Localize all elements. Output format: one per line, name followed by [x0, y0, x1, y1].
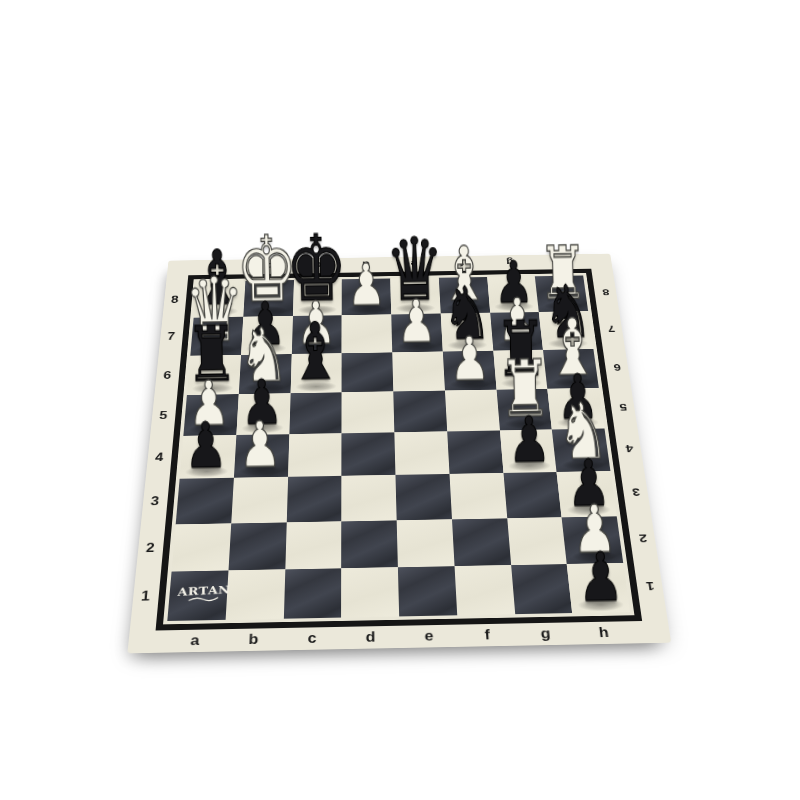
file-label-top-h: h [533, 255, 582, 268]
square-g8: ♟ [487, 276, 539, 313]
square-f3 [449, 473, 506, 519]
rank-label-left-5: 5 [151, 395, 176, 437]
file-label-top-e: e [390, 258, 438, 271]
square-a4: ♟ [180, 435, 237, 479]
piece-shadow-a4 [185, 466, 228, 478]
file-label-top-b: b [246, 260, 295, 273]
square-h1: ♟ [567, 563, 630, 613]
piece-shadow-h1 [577, 598, 624, 611]
file-label-top-g: g [485, 256, 534, 269]
square-f1 [454, 565, 514, 615]
file-label-top-a: a [197, 261, 246, 274]
square-d4 [342, 432, 396, 476]
rank-label-right-1: 1 [636, 562, 666, 612]
square-a7: ♛ [190, 317, 243, 356]
file-label-bottom-c: c [282, 629, 341, 649]
square-h8: ♜ [535, 275, 588, 312]
square-b3 [231, 477, 288, 523]
square-a8: ♝ [194, 281, 246, 318]
rank-label-left-2: 2 [137, 524, 164, 572]
rank-label-right-8: 8 [594, 275, 618, 311]
square-c4 [288, 433, 342, 477]
square-h6: ♝ [543, 349, 599, 389]
piece-shadow-g6 [501, 378, 542, 389]
piece-wR-h8: ♜ [537, 237, 588, 311]
piece-shadow-g4 [508, 460, 551, 472]
piece-shadow-a5 [189, 423, 231, 434]
square-f6: ♟ [443, 350, 497, 390]
square-e5 [393, 390, 447, 432]
piece-shadow-c8 [298, 305, 337, 315]
piece-shadow-b6 [244, 382, 285, 393]
square-g7: ♟ [490, 312, 543, 350]
square-g2 [507, 517, 567, 565]
square-h5: ♟ [548, 388, 605, 430]
square-h4: ♞ [552, 429, 610, 473]
piece-shadow-a8 [199, 307, 238, 317]
square-b2 [228, 522, 286, 570]
piece-wB-f8: ♝ [438, 236, 491, 312]
rank-label-left-4: 4 [146, 436, 171, 479]
piece-shadow-b5 [242, 423, 284, 434]
rank-label-right-7: 7 [599, 311, 624, 349]
rank-label-right-2: 2 [629, 515, 658, 562]
square-a6: ♜ [187, 355, 241, 395]
square-d7 [342, 315, 392, 353]
square-a5: ♟ [183, 394, 238, 436]
square-b7: ♟ [241, 316, 293, 354]
piece-shadow-f7 [448, 340, 488, 350]
rank-label-left-3: 3 [142, 479, 168, 524]
square-d1 [341, 567, 399, 617]
square-h7: ♞ [539, 311, 593, 349]
square-c1 [283, 568, 341, 619]
square-a2 [172, 523, 231, 571]
square-d6 [342, 352, 394, 392]
square-e4 [394, 431, 449, 475]
square-h3: ♟ [557, 471, 617, 517]
file-label-bottom-g: g [516, 624, 576, 644]
square-b5: ♟ [236, 393, 290, 435]
piece-shadow-d8 [347, 304, 386, 314]
square-f2 [452, 518, 511, 566]
piece-shadow-h7 [548, 338, 588, 348]
piece-shadow-f6 [450, 378, 491, 389]
square-f8: ♝ [439, 277, 490, 314]
piece-shadow-h2 [572, 550, 617, 563]
piece-shadow-g5 [504, 418, 546, 429]
rank-label-right-5: 5 [610, 387, 636, 428]
square-b4: ♟ [234, 434, 289, 478]
piece-shadow-a7 [196, 344, 236, 354]
rank-label-left-6: 6 [155, 356, 179, 396]
file-label-bottom-h: h [574, 623, 635, 643]
square-a3 [176, 478, 234, 524]
piece-bB-a8: ♝ [191, 240, 244, 316]
square-e8: ♛ [390, 278, 440, 315]
rank-label-left-1: 1 [132, 572, 159, 622]
piece-shadow-h6 [552, 377, 593, 388]
rank-label-right-3: 3 [622, 471, 650, 516]
file-label-bottom-a: a [165, 631, 225, 651]
square-c6: ♝ [290, 353, 342, 393]
piece-shadow-b7 [246, 343, 286, 353]
square-a1 [167, 570, 228, 621]
chess-mat: abcdefgh abcdefgh 87654321 87654321 ♝♚♚♟… [127, 254, 671, 654]
square-g1 [511, 564, 573, 614]
file-label-bottom-b: b [224, 630, 283, 650]
square-d5 [342, 391, 395, 433]
piece-shadow-h8 [543, 301, 583, 311]
rank-label-right-6: 6 [604, 348, 630, 387]
piece-shadow-b8 [248, 306, 287, 316]
square-h2: ♟ [562, 516, 623, 564]
square-e2 [397, 519, 455, 567]
square-e6 [392, 351, 444, 391]
square-b8: ♚ [243, 280, 294, 317]
square-e3 [395, 474, 451, 520]
piece-shadow-h3 [566, 503, 610, 515]
file-label-top-d: d [342, 258, 390, 271]
square-g4: ♟ [500, 430, 557, 474]
piece-shadow-b4 [239, 465, 282, 477]
piece-shadow-c6 [296, 381, 336, 392]
square-c3 [286, 476, 341, 522]
square-c7: ♟ [291, 315, 342, 353]
file-label-bottom-d: d [341, 627, 400, 647]
rank-label-right-4: 4 [616, 428, 643, 471]
piece-shadow-g7 [498, 339, 538, 349]
square-c8: ♚ [293, 279, 342, 316]
piece-shadow-h5 [557, 417, 599, 428]
piece-shadow-e7 [397, 341, 437, 351]
rank-label-left-8: 8 [163, 282, 186, 318]
square-c2 [285, 521, 342, 569]
file-label-bottom-e: e [399, 626, 458, 646]
file-label-top-f: f [437, 257, 486, 270]
square-d3 [341, 475, 396, 521]
square-b1 [225, 569, 285, 620]
square-b6: ♞ [239, 354, 292, 394]
file-label-bottom-f: f [458, 625, 518, 645]
square-g3 [503, 472, 562, 518]
photo-background: abcdefgh abcdefgh 87654321 87654321 ♝♚♚♟… [0, 0, 800, 800]
piece-shadow-e8 [396, 303, 435, 313]
square-g5: ♜ [496, 389, 552, 431]
piece-shadow-h4 [561, 459, 604, 471]
square-f4 [447, 430, 503, 474]
square-d8: ♟ [342, 279, 391, 316]
piece-shadow-g8 [494, 302, 533, 312]
square-g6: ♜ [493, 350, 548, 390]
board-frame: ♝♚♚♟♛♝♟♜♛♟♟♟♞♟♞♜♞♝♟♜♝♟♟♜♟♟♟♟♞♟♟♟ ARTAN [156, 269, 643, 631]
file-label-top-c: c [294, 259, 342, 272]
chess-board: ♝♚♚♟♛♝♟♜♛♟♟♟♞♟♞♜♞♝♟♜♝♟♟♜♟♟♟♟♞♟♟♟ ARTAN [167, 275, 630, 621]
square-f5 [445, 390, 500, 432]
square-e7: ♟ [391, 314, 442, 352]
piece-shadow-a6 [192, 383, 233, 394]
square-f7: ♞ [441, 313, 493, 351]
piece-shadow-f8 [445, 303, 484, 313]
rank-label-left-7: 7 [159, 318, 182, 356]
square-e1 [398, 566, 457, 616]
square-d2 [341, 520, 397, 568]
square-c5 [289, 392, 342, 434]
piece-shadow-c7 [297, 342, 337, 352]
